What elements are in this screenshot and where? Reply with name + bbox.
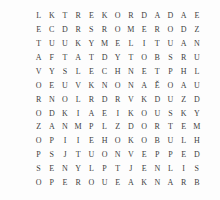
grid-cell-r4c6[interactable]: D: [98, 51, 111, 65]
grid-cell-r5c5[interactable]: E: [85, 65, 98, 79]
grid-cell-r8c8[interactable]: K: [124, 107, 137, 121]
grid-cell-r2c2[interactable]: C: [45, 23, 58, 37]
grid-cell-r10c5[interactable]: E: [85, 134, 98, 148]
grid-cell-r10c10[interactable]: B: [151, 134, 164, 148]
grid-cell-r7c10[interactable]: D: [151, 93, 164, 107]
grid-cell-r11c6[interactable]: O: [98, 148, 111, 162]
grid-cell-r9c10[interactable]: R: [151, 121, 164, 135]
grid-cell-r4c4[interactable]: A: [72, 51, 85, 65]
grid-cell-r8c6[interactable]: E: [98, 107, 111, 121]
grid-cell-r3c13[interactable]: N: [190, 37, 203, 51]
grid-cell-r11c11[interactable]: P: [164, 148, 177, 162]
grid-cell-r13c6[interactable]: U: [98, 176, 111, 190]
grid-cell-r12c11[interactable]: L: [164, 162, 177, 176]
grid-cell-r1c1[interactable]: L: [32, 9, 45, 23]
grid-cell-r3c8[interactable]: L: [124, 37, 137, 51]
grid-cell-r8c9[interactable]: O: [138, 107, 151, 121]
grid-cell-r13c7[interactable]: E: [111, 176, 124, 190]
grid-cell-r4c9[interactable]: O: [138, 51, 151, 65]
grid-cell-r11c5[interactable]: U: [85, 148, 98, 162]
grid-cell-r10c12[interactable]: L: [177, 134, 190, 148]
grid-cell-r3c4[interactable]: K: [72, 37, 85, 51]
grid-cell-r11c10[interactable]: P: [151, 148, 164, 162]
grid-cell-r13c4[interactable]: R: [72, 176, 85, 190]
grid-cell-r2c1[interactable]: E: [32, 23, 45, 37]
grid-cell-r3c11[interactable]: U: [164, 37, 177, 51]
grid-cell-r5c4[interactable]: L: [72, 65, 85, 79]
grid-cell-r6c8[interactable]: N: [124, 79, 137, 93]
grid-cell-r1c4[interactable]: R: [72, 9, 85, 23]
grid-cell-r13c2[interactable]: P: [45, 176, 58, 190]
grid-cell-r1c5[interactable]: E: [85, 9, 98, 23]
grid-cell-r8c11[interactable]: S: [164, 107, 177, 121]
grid-cell-r10c2[interactable]: P: [45, 134, 58, 148]
grid-cell-r5c8[interactable]: N: [124, 65, 137, 79]
grid-cell-r7c7[interactable]: R: [111, 93, 124, 107]
grid-cell-r3c5[interactable]: Y: [85, 37, 98, 51]
grid-cell-r4c5[interactable]: T: [85, 51, 98, 65]
grid-cell-r3c3[interactable]: U: [58, 37, 71, 51]
grid-cell-r7c3[interactable]: O: [58, 93, 71, 107]
grid-cell-r10c6[interactable]: H: [98, 134, 111, 148]
grid-cell-r6c2[interactable]: E: [45, 79, 58, 93]
grid-cell-r13c5[interactable]: O: [85, 176, 98, 190]
grid-cell-r5c7[interactable]: H: [111, 65, 124, 79]
grid-cell-r4c3[interactable]: T: [58, 51, 71, 65]
grid-cell-r8c12[interactable]: K: [177, 107, 190, 121]
grid-cell-r9c13[interactable]: M: [190, 121, 203, 135]
grid-cell-r7c2[interactable]: N: [45, 93, 58, 107]
grid-cell-r8c5[interactable]: A: [85, 107, 98, 121]
grid-cell-r10c1[interactable]: O: [32, 134, 45, 148]
grid-cell-r4c13[interactable]: U: [190, 51, 203, 65]
grid-cell-r12c5[interactable]: L: [85, 162, 98, 176]
grid-cell-r6c1[interactable]: O: [32, 79, 45, 93]
grid-cell-r13c11[interactable]: A: [164, 176, 177, 190]
grid-cell-r2c13[interactable]: Z: [190, 23, 203, 37]
grid-cell-r2c8[interactable]: M: [124, 23, 137, 37]
grid-cell-r7c13[interactable]: D: [190, 93, 203, 107]
grid-cell-r6c6[interactable]: N: [98, 79, 111, 93]
grid-cell-r11c4[interactable]: T: [72, 148, 85, 162]
grid-cell-r5c13[interactable]: L: [190, 65, 203, 79]
grid-cell-r1c6[interactable]: K: [98, 9, 111, 23]
grid-cell-r1c9[interactable]: D: [138, 9, 151, 23]
grid-cell-r1c7[interactable]: O: [111, 9, 124, 23]
grid-cell-r9c12[interactable]: E: [177, 121, 190, 135]
grid-cell-r6c9[interactable]: A: [138, 79, 151, 93]
grid-cell-r6c3[interactable]: U: [58, 79, 71, 93]
grid-cell-r6c5[interactable]: K: [85, 79, 98, 93]
grid-cell-r3c6[interactable]: M: [98, 37, 111, 51]
grid-cell-r10c8[interactable]: K: [124, 134, 137, 148]
grid-cell-r11c1[interactable]: P: [32, 148, 45, 162]
grid-cell-r8c10[interactable]: U: [151, 107, 164, 121]
grid-cell-r5c1[interactable]: V: [32, 65, 45, 79]
grid-cell-r9c3[interactable]: N: [58, 121, 71, 135]
grid-cell-r9c8[interactable]: D: [124, 121, 137, 135]
grid-cell-r3c7[interactable]: E: [111, 37, 124, 51]
grid-cell-r7c4[interactable]: L: [72, 93, 85, 107]
grid-cell-r12c6[interactable]: P: [98, 162, 111, 176]
grid-cell-r1c2[interactable]: K: [45, 9, 58, 23]
grid-cell-r11c3[interactable]: J: [58, 148, 71, 162]
grid-cell-r11c2[interactable]: S: [45, 148, 58, 162]
grid-cell-r7c11[interactable]: U: [164, 93, 177, 107]
grid-cell-r9c9[interactable]: O: [138, 121, 151, 135]
grid-cell-r5c6[interactable]: C: [98, 65, 111, 79]
grid-cell-r13c3[interactable]: E: [58, 176, 71, 190]
grid-cell-r11c12[interactable]: E: [177, 148, 190, 162]
grid-cell-r4c10[interactable]: B: [151, 51, 164, 65]
word-search-grid: LKTREKORDADAEECDRSROMERODZTUUKYMELITUANA…: [32, 9, 203, 190]
grid-cell-r4c7[interactable]: Y: [111, 51, 124, 65]
grid-cell-r10c11[interactable]: U: [164, 134, 177, 148]
grid-cell-r11c13[interactable]: D: [190, 148, 203, 162]
word-search-screen: LKTREKORDADAEECDRSROMERODZTUUKYMELITUANA…: [0, 0, 220, 200]
grid-cell-r2c4[interactable]: R: [72, 23, 85, 37]
grid-cell-r13c12[interactable]: R: [177, 176, 190, 190]
grid-cell-r6c12[interactable]: A: [177, 79, 190, 93]
grid-cell-r2c12[interactable]: D: [177, 23, 190, 37]
grid-cell-r10c9[interactable]: O: [138, 134, 151, 148]
grid-cell-r6c13[interactable]: U: [190, 79, 203, 93]
grid-cell-r12c9[interactable]: E: [138, 162, 151, 176]
grid-cell-r4c1[interactable]: A: [32, 51, 45, 65]
grid-cell-r13c1[interactable]: O: [32, 176, 45, 190]
grid-cell-r2c6[interactable]: R: [98, 23, 111, 37]
grid-cell-r11c9[interactable]: E: [138, 148, 151, 162]
grid-cell-r5c12[interactable]: H: [177, 65, 190, 79]
grid-cell-r9c7[interactable]: Z: [111, 121, 124, 135]
grid-cell-r2c9[interactable]: E: [138, 23, 151, 37]
grid-cell-r13c10[interactable]: N: [151, 176, 164, 190]
grid-cell-r11c7[interactable]: N: [111, 148, 124, 162]
grid-cell-r8c7[interactable]: I: [111, 107, 124, 121]
grid-cell-r4c2[interactable]: F: [45, 51, 58, 65]
grid-cell-r5c2[interactable]: Y: [45, 65, 58, 79]
grid-cell-r2c11[interactable]: O: [164, 23, 177, 37]
grid-cell-r2c7[interactable]: O: [111, 23, 124, 37]
grid-cell-r2c10[interactable]: R: [151, 23, 164, 37]
grid-cell-r10c4[interactable]: I: [72, 134, 85, 148]
grid-cell-r1c8[interactable]: R: [124, 9, 137, 23]
grid-cell-r2c3[interactable]: D: [58, 23, 71, 37]
grid-cell-r12c8[interactable]: J: [124, 162, 137, 176]
grid-cell-r8c13[interactable]: Y: [190, 107, 203, 121]
grid-cell-r12c10[interactable]: N: [151, 162, 164, 176]
grid-cell-r7c9[interactable]: K: [138, 93, 151, 107]
grid-cell-r10c7[interactable]: O: [111, 134, 124, 148]
grid-cell-r12c2[interactable]: E: [45, 162, 58, 176]
grid-cell-r9c6[interactable]: L: [98, 121, 111, 135]
grid-cell-r9c1[interactable]: Z: [32, 121, 45, 135]
grid-cell-r3c10[interactable]: T: [151, 37, 164, 51]
grid-cell-r11c8[interactable]: V: [124, 148, 137, 162]
grid-cell-r6c11[interactable]: O: [164, 79, 177, 93]
grid-cell-r4c8[interactable]: T: [124, 51, 137, 65]
grid-cell-r3c2[interactable]: U: [45, 37, 58, 51]
grid-cell-r1c13[interactable]: E: [190, 9, 203, 23]
grid-cell-r7c6[interactable]: D: [98, 93, 111, 107]
grid-cell-r4c12[interactable]: R: [177, 51, 190, 65]
grid-cell-r7c12[interactable]: Z: [177, 93, 190, 107]
grid-cell-r9c4[interactable]: M: [72, 121, 85, 135]
grid-cell-r6c7[interactable]: O: [111, 79, 124, 93]
grid-cell-r2c5[interactable]: S: [85, 23, 98, 37]
grid-cell-r5c9[interactable]: E: [138, 65, 151, 79]
grid-cell-r3c12[interactable]: A: [177, 37, 190, 51]
grid-cell-r12c3[interactable]: N: [58, 162, 71, 176]
grid-cell-r6c10[interactable]: Ě: [151, 79, 164, 93]
grid-cell-r10c3[interactable]: I: [58, 134, 71, 148]
grid-cell-r10c13[interactable]: H: [190, 134, 203, 148]
grid-cell-r9c5[interactable]: P: [85, 121, 98, 135]
grid-cell-r12c4[interactable]: Y: [72, 162, 85, 176]
grid-cell-r1c3[interactable]: T: [58, 9, 71, 23]
grid-cell-r8c4[interactable]: I: [72, 107, 85, 121]
grid-cell-r1c10[interactable]: A: [151, 9, 164, 23]
grid-cell-r12c12[interactable]: I: [177, 162, 190, 176]
grid-cell-r7c1[interactable]: R: [32, 93, 45, 107]
grid-cell-r4c11[interactable]: S: [164, 51, 177, 65]
grid-cell-r12c13[interactable]: S: [190, 162, 203, 176]
grid-cell-r13c8[interactable]: A: [124, 176, 137, 190]
grid-cell-r7c8[interactable]: V: [124, 93, 137, 107]
grid-cell-r3c1[interactable]: T: [32, 37, 45, 51]
grid-cell-r8c3[interactable]: K: [58, 107, 71, 121]
grid-cell-r6c4[interactable]: V: [72, 79, 85, 93]
grid-cell-r5c10[interactable]: T: [151, 65, 164, 79]
grid-cell-r5c3[interactable]: S: [58, 65, 71, 79]
grid-cell-r12c1[interactable]: S: [32, 162, 45, 176]
grid-cell-r9c11[interactable]: T: [164, 121, 177, 135]
grid-cell-r13c9[interactable]: K: [138, 176, 151, 190]
grid-cell-r1c12[interactable]: A: [177, 9, 190, 23]
grid-cell-r8c1[interactable]: O: [32, 107, 45, 121]
grid-cell-r12c7[interactable]: T: [111, 162, 124, 176]
grid-cell-r5c11[interactable]: P: [164, 65, 177, 79]
grid-cell-r13c13[interactable]: B: [190, 176, 203, 190]
grid-cell-r9c2[interactable]: A: [45, 121, 58, 135]
grid-cell-r1c11[interactable]: D: [164, 9, 177, 23]
grid-cell-r3c9[interactable]: I: [138, 37, 151, 51]
grid-cell-r7c5[interactable]: R: [85, 93, 98, 107]
grid-cell-r8c2[interactable]: D: [45, 107, 58, 121]
